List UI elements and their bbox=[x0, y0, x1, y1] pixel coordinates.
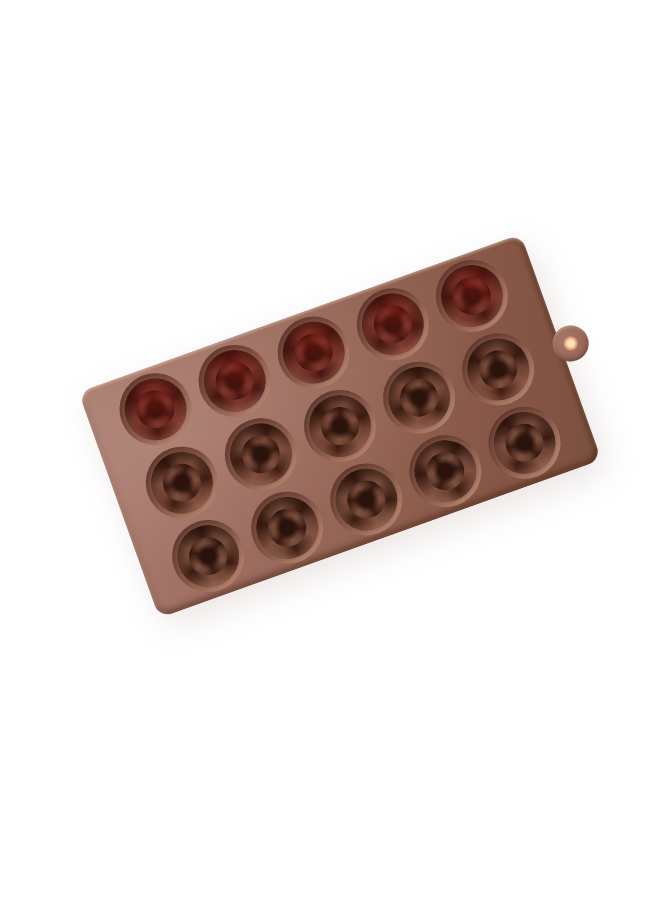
cavity-r3c5 bbox=[478, 397, 570, 489]
cavity-r1c1 bbox=[110, 363, 202, 455]
cavity-r2c4 bbox=[373, 352, 465, 444]
cavity-swirl bbox=[221, 415, 300, 494]
cavity-swirl bbox=[195, 341, 274, 420]
cavity-r2c1 bbox=[136, 437, 228, 529]
cavity-r2c3 bbox=[294, 380, 386, 472]
cavity-r2c5 bbox=[452, 323, 544, 415]
cavity-swirl bbox=[116, 370, 195, 449]
cavity-swirl bbox=[485, 403, 564, 482]
cavity-r2c2 bbox=[215, 408, 307, 500]
cavity-swirl bbox=[300, 386, 379, 465]
hang-hole bbox=[560, 333, 580, 353]
cavity-swirl bbox=[274, 313, 353, 392]
cavity-r1c3 bbox=[268, 307, 360, 399]
cavity-swirl bbox=[142, 443, 221, 522]
cavity-swirl bbox=[327, 460, 406, 539]
cavity-r3c4 bbox=[399, 425, 491, 517]
photo-background bbox=[0, 0, 660, 900]
cavity-r1c4 bbox=[347, 278, 439, 370]
cavity-swirl bbox=[248, 488, 327, 567]
cavity-swirl bbox=[406, 431, 485, 510]
hang-tab bbox=[548, 320, 594, 366]
cavity-swirl bbox=[168, 516, 247, 595]
cavity-swirl bbox=[379, 358, 458, 437]
cavity-swirl bbox=[459, 330, 538, 409]
cavity-grid bbox=[103, 245, 577, 607]
cavity-r1c2 bbox=[189, 335, 281, 427]
cavity-r3c2 bbox=[241, 482, 333, 574]
cavity-swirl bbox=[353, 285, 432, 364]
cavity-swirl bbox=[432, 256, 511, 335]
cavity-r1c5 bbox=[426, 250, 518, 342]
cavity-r3c1 bbox=[162, 510, 254, 602]
cavity-r3c3 bbox=[320, 453, 412, 545]
